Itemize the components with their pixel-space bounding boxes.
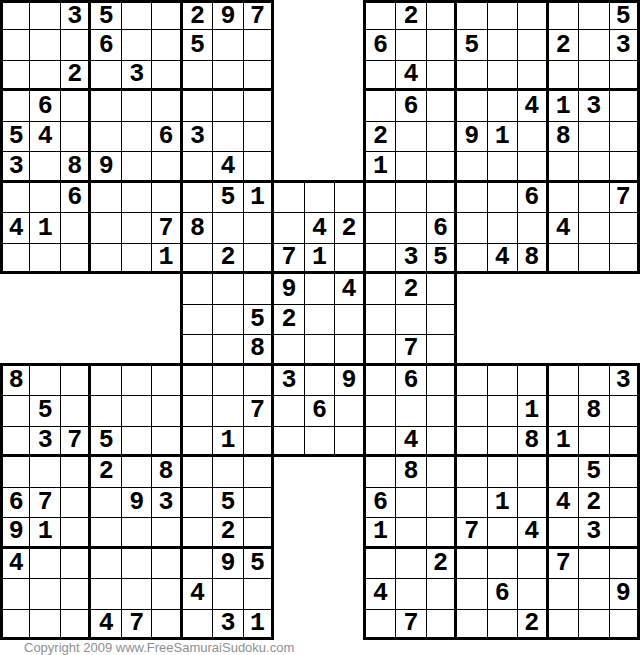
sudoku-cell-empty[interactable] <box>610 427 640 457</box>
sudoku-cell-given: 2 <box>213 244 243 274</box>
sudoku-cell-empty[interactable] <box>366 396 396 426</box>
sudoku-cell-empty[interactable] <box>91 488 121 518</box>
sudoku-cell-empty[interactable] <box>244 457 274 487</box>
sudoku-cell-empty[interactable] <box>305 427 335 457</box>
sudoku-cell-empty[interactable] <box>0 244 30 274</box>
empty-space <box>61 335 91 365</box>
sudoku-cell-empty[interactable] <box>0 457 30 487</box>
empty-space <box>305 610 335 640</box>
sudoku-cell-empty[interactable] <box>122 579 152 609</box>
sudoku-cell-empty[interactable] <box>183 396 213 426</box>
sudoku-cell-empty[interactable] <box>152 396 182 426</box>
sudoku-cell-empty[interactable] <box>91 518 121 548</box>
sudoku-cell-empty[interactable] <box>549 366 579 396</box>
sudoku-cell-empty[interactable] <box>0 183 30 213</box>
sudoku-cell-empty[interactable] <box>610 488 640 518</box>
empty-space <box>335 488 365 518</box>
sudoku-cell-empty[interactable] <box>0 610 30 640</box>
sudoku-cell-empty[interactable] <box>579 152 609 182</box>
sudoku-cell-empty[interactable] <box>30 579 60 609</box>
sudoku-cell-empty[interactable] <box>152 183 182 213</box>
sudoku-cell-empty[interactable] <box>183 335 213 365</box>
sudoku-cell-given: 7 <box>244 0 274 30</box>
sudoku-cell-empty[interactable] <box>488 152 518 182</box>
sudoku-cell-empty[interactable] <box>610 91 640 121</box>
sudoku-cell-empty[interactable] <box>579 122 609 152</box>
sudoku-cell-empty[interactable] <box>457 244 487 274</box>
sudoku-cell-given: 8 <box>61 152 91 182</box>
sudoku-cell-empty[interactable] <box>30 183 60 213</box>
sudoku-cell-empty[interactable] <box>549 396 579 426</box>
sudoku-cell-empty[interactable] <box>305 183 335 213</box>
sudoku-cell-empty[interactable] <box>396 549 426 579</box>
sudoku-cell-empty[interactable] <box>427 91 457 121</box>
sudoku-cell-empty[interactable] <box>91 396 121 426</box>
sudoku-cell-empty[interactable] <box>122 152 152 182</box>
empty-space <box>335 610 365 640</box>
sudoku-cell-empty[interactable] <box>30 244 60 274</box>
sudoku-cell-empty[interactable] <box>244 122 274 152</box>
empty-space <box>274 610 304 640</box>
sudoku-cell-empty[interactable] <box>579 183 609 213</box>
sudoku-cell-empty[interactable] <box>335 244 365 274</box>
sudoku-cell-empty[interactable] <box>396 488 426 518</box>
sudoku-cell-empty[interactable] <box>457 213 487 243</box>
sudoku-cell-empty[interactable] <box>61 457 91 487</box>
sudoku-cell-empty[interactable] <box>122 30 152 60</box>
sudoku-cell-empty[interactable] <box>488 61 518 91</box>
sudoku-cell-empty[interactable] <box>518 549 548 579</box>
sudoku-cell-empty[interactable] <box>457 579 487 609</box>
sudoku-cell-empty[interactable] <box>518 213 548 243</box>
sudoku-cell-empty[interactable] <box>366 305 396 335</box>
sudoku-cell-empty[interactable] <box>427 518 457 548</box>
sudoku-cell-empty[interactable] <box>274 213 304 243</box>
sudoku-cell-empty[interactable] <box>122 457 152 487</box>
sudoku-cell-empty[interactable] <box>366 61 396 91</box>
sudoku-cell-empty[interactable] <box>122 244 152 274</box>
sudoku-cell-empty[interactable] <box>549 152 579 182</box>
sudoku-cell-empty[interactable] <box>335 305 365 335</box>
sudoku-cell-empty[interactable] <box>396 213 426 243</box>
sudoku-cell-empty[interactable] <box>30 457 60 487</box>
sudoku-cell-empty[interactable] <box>427 122 457 152</box>
sudoku-cell-empty[interactable] <box>579 366 609 396</box>
sudoku-cell-empty[interactable] <box>152 30 182 60</box>
sudoku-cell-empty[interactable] <box>213 274 243 304</box>
sudoku-cell-empty[interactable] <box>427 488 457 518</box>
sudoku-cell-empty[interactable] <box>122 366 152 396</box>
sudoku-cell-empty[interactable] <box>579 244 609 274</box>
sudoku-cell-given: 5 <box>0 122 30 152</box>
sudoku-cell-empty[interactable] <box>579 0 609 30</box>
sudoku-cell-empty[interactable] <box>61 396 91 426</box>
sudoku-cell-empty[interactable] <box>457 549 487 579</box>
sudoku-cell-empty[interactable] <box>91 61 121 91</box>
sudoku-cell-empty[interactable] <box>61 518 91 548</box>
sudoku-cell-given: 4 <box>396 427 426 457</box>
sudoku-cell-empty[interactable] <box>183 61 213 91</box>
empty-space <box>30 305 60 335</box>
sudoku-cell-empty[interactable] <box>152 579 182 609</box>
sudoku-cell-given: 3 <box>0 152 30 182</box>
sudoku-cell-empty[interactable] <box>488 30 518 60</box>
sudoku-cell-empty[interactable] <box>427 457 457 487</box>
sudoku-cell-empty[interactable] <box>91 213 121 243</box>
sudoku-cell-empty[interactable] <box>366 457 396 487</box>
sudoku-cell-empty[interactable] <box>366 244 396 274</box>
sudoku-cell-empty[interactable] <box>488 183 518 213</box>
sudoku-cell-given: 4 <box>518 91 548 121</box>
sudoku-cell-empty[interactable] <box>366 335 396 365</box>
sudoku-cell-empty[interactable] <box>244 244 274 274</box>
empty-space <box>488 305 518 335</box>
empty-space <box>518 305 548 335</box>
sudoku-cell-empty[interactable] <box>122 91 152 121</box>
sudoku-cell-given: 9 <box>91 152 121 182</box>
sudoku-cell-empty[interactable] <box>213 61 243 91</box>
sudoku-cell-given: 6 <box>30 91 60 121</box>
sudoku-cell-empty[interactable] <box>213 335 243 365</box>
sudoku-cell-empty[interactable] <box>335 396 365 426</box>
empty-space <box>549 274 579 304</box>
sudoku-cell-empty[interactable] <box>610 549 640 579</box>
sudoku-cell-empty[interactable] <box>122 122 152 152</box>
sudoku-cell-empty[interactable] <box>396 30 426 60</box>
sudoku-cell-empty[interactable] <box>213 579 243 609</box>
sudoku-cell-empty[interactable] <box>610 518 640 548</box>
sudoku-cell-empty[interactable] <box>366 610 396 640</box>
sudoku-cell-empty[interactable] <box>244 213 274 243</box>
sudoku-cell-empty[interactable] <box>610 610 640 640</box>
sudoku-cell-empty[interactable] <box>457 152 487 182</box>
sudoku-cell-empty[interactable] <box>183 183 213 213</box>
sudoku-cell-empty[interactable] <box>427 305 457 335</box>
sudoku-cell-empty[interactable] <box>244 274 274 304</box>
sudoku-cell-empty[interactable] <box>274 183 304 213</box>
sudoku-cell-empty[interactable] <box>183 366 213 396</box>
empty-space <box>518 274 548 304</box>
sudoku-cell-empty[interactable] <box>152 366 182 396</box>
sudoku-cell-given: 8 <box>183 213 213 243</box>
sudoku-cell-empty[interactable] <box>122 549 152 579</box>
empty-space <box>579 305 609 335</box>
sudoku-cell-empty[interactable] <box>244 30 274 60</box>
sudoku-cell-empty[interactable] <box>457 0 487 30</box>
sudoku-cell-empty[interactable] <box>183 305 213 335</box>
sudoku-cell-empty[interactable] <box>457 61 487 91</box>
sudoku-cell-empty[interactable] <box>335 335 365 365</box>
sudoku-cell-given: 3 <box>152 488 182 518</box>
sudoku-cell-empty[interactable] <box>427 427 457 457</box>
sudoku-cell-empty[interactable] <box>549 244 579 274</box>
samurai-sudoku-page: 3529725656523234664135463291838941651674… <box>0 0 640 655</box>
sudoku-cell-empty[interactable] <box>30 152 60 182</box>
sudoku-cell-empty[interactable] <box>61 488 91 518</box>
sudoku-cell-empty[interactable] <box>183 152 213 182</box>
sudoku-cell-empty[interactable] <box>30 610 60 640</box>
sudoku-cell-empty[interactable] <box>579 213 609 243</box>
sudoku-cell-empty[interactable] <box>0 61 30 91</box>
sudoku-cell-empty[interactable] <box>183 91 213 121</box>
sudoku-cell-empty[interactable] <box>213 213 243 243</box>
sudoku-cell-empty[interactable] <box>549 183 579 213</box>
sudoku-cell-given: 2 <box>396 0 426 30</box>
sudoku-cell-empty[interactable] <box>91 91 121 121</box>
sudoku-cell-empty[interactable] <box>274 396 304 426</box>
sudoku-cell-empty[interactable] <box>213 30 243 60</box>
sudoku-cell-empty[interactable] <box>549 457 579 487</box>
sudoku-cell-empty[interactable] <box>427 396 457 426</box>
sudoku-cell-empty[interactable] <box>457 183 487 213</box>
sudoku-cell-empty[interactable] <box>274 335 304 365</box>
sudoku-cell-empty[interactable] <box>488 549 518 579</box>
sudoku-cell-empty[interactable] <box>549 518 579 548</box>
sudoku-cell-empty[interactable] <box>183 274 213 304</box>
sudoku-cell-empty[interactable] <box>213 305 243 335</box>
sudoku-cell-empty[interactable] <box>244 152 274 182</box>
sudoku-cell-given: 1 <box>305 244 335 274</box>
sudoku-cell-empty[interactable] <box>183 610 213 640</box>
sudoku-cell-empty[interactable] <box>244 579 274 609</box>
sudoku-cell-empty[interactable] <box>366 427 396 457</box>
sudoku-cell-empty[interactable] <box>183 549 213 579</box>
sudoku-cell-given: 9 <box>0 518 30 548</box>
sudoku-cell-empty[interactable] <box>61 549 91 579</box>
sudoku-cell-empty[interactable] <box>30 549 60 579</box>
sudoku-cell-empty[interactable] <box>427 183 457 213</box>
sudoku-cell-empty[interactable] <box>244 488 274 518</box>
sudoku-cell-empty[interactable] <box>549 579 579 609</box>
sudoku-cell-empty[interactable] <box>61 610 91 640</box>
sudoku-cell-given: 6 <box>427 213 457 243</box>
sudoku-cell-empty[interactable] <box>183 488 213 518</box>
sudoku-cell-empty[interactable] <box>457 366 487 396</box>
sudoku-cell-empty[interactable] <box>305 335 335 365</box>
sudoku-cell-given: 6 <box>305 396 335 426</box>
sudoku-cell-empty[interactable] <box>427 335 457 365</box>
sudoku-cell-empty[interactable] <box>427 152 457 182</box>
sudoku-cell-empty[interactable] <box>30 366 60 396</box>
sudoku-cell-empty[interactable] <box>91 549 121 579</box>
sudoku-cell-empty[interactable] <box>183 457 213 487</box>
sudoku-cell-empty[interactable] <box>488 457 518 487</box>
sudoku-cell-empty[interactable] <box>0 91 30 121</box>
sudoku-cell-empty[interactable] <box>396 122 426 152</box>
empty-space <box>549 335 579 365</box>
empty-space <box>305 549 335 579</box>
sudoku-cell-empty[interactable] <box>366 549 396 579</box>
samurai-sudoku-board: 3529725656523234664135463291838941651674… <box>0 0 640 640</box>
sudoku-cell-empty[interactable] <box>213 91 243 121</box>
sudoku-cell-empty[interactable] <box>61 213 91 243</box>
sudoku-cell-empty[interactable] <box>335 183 365 213</box>
sudoku-cell-empty[interactable] <box>122 427 152 457</box>
sudoku-cell-empty[interactable] <box>335 427 365 457</box>
sudoku-cell-empty[interactable] <box>30 0 60 30</box>
sudoku-cell-empty[interactable] <box>488 91 518 121</box>
sudoku-cell-empty[interactable] <box>488 610 518 640</box>
empty-space <box>274 0 304 30</box>
sudoku-cell-empty[interactable] <box>518 488 548 518</box>
sudoku-cell-empty[interactable] <box>457 488 487 518</box>
sudoku-cell-empty[interactable] <box>213 396 243 426</box>
sudoku-cell-empty[interactable] <box>579 61 609 91</box>
sudoku-cell-empty[interactable] <box>91 183 121 213</box>
empty-space <box>274 518 304 548</box>
sudoku-cell-empty[interactable] <box>61 122 91 152</box>
sudoku-cell-empty[interactable] <box>91 244 121 274</box>
sudoku-cell-empty[interactable] <box>122 213 152 243</box>
sudoku-cell-empty[interactable] <box>549 610 579 640</box>
sudoku-cell-empty[interactable] <box>152 91 182 121</box>
sudoku-cell-empty[interactable] <box>0 0 30 30</box>
sudoku-cell-empty[interactable] <box>152 427 182 457</box>
sudoku-cell-empty[interactable] <box>366 91 396 121</box>
sudoku-cell-empty[interactable] <box>518 0 548 30</box>
sudoku-cell-empty[interactable] <box>549 0 579 30</box>
sudoku-cell-empty[interactable] <box>366 274 396 304</box>
sudoku-cell-empty[interactable] <box>61 244 91 274</box>
empty-space <box>335 122 365 152</box>
sudoku-cell-empty[interactable] <box>244 518 274 548</box>
sudoku-cell-empty[interactable] <box>610 396 640 426</box>
sudoku-cell-empty[interactable] <box>518 30 548 60</box>
sudoku-cell-empty[interactable] <box>549 61 579 91</box>
sudoku-cell-empty[interactable] <box>366 213 396 243</box>
sudoku-cell-given: 8 <box>152 457 182 487</box>
sudoku-cell-given: 5 <box>579 457 609 487</box>
sudoku-cell-empty[interactable] <box>30 30 60 60</box>
sudoku-cell-empty[interactable] <box>305 274 335 304</box>
sudoku-cell-empty[interactable] <box>183 518 213 548</box>
sudoku-cell-empty[interactable] <box>396 518 426 548</box>
sudoku-cell-empty[interactable] <box>488 518 518 548</box>
sudoku-cell-empty[interactable] <box>518 61 548 91</box>
sudoku-cell-empty[interactable] <box>122 183 152 213</box>
sudoku-cell-empty[interactable] <box>152 61 182 91</box>
sudoku-cell-empty[interactable] <box>366 366 396 396</box>
empty-space <box>610 335 640 365</box>
sudoku-cell-empty[interactable] <box>244 366 274 396</box>
sudoku-cell-empty[interactable] <box>427 610 457 640</box>
sudoku-cell-empty[interactable] <box>457 457 487 487</box>
sudoku-cell-empty[interactable] <box>579 549 609 579</box>
sudoku-cell-empty[interactable] <box>488 396 518 426</box>
sudoku-cell-empty[interactable] <box>30 61 60 91</box>
sudoku-cell-empty[interactable] <box>457 610 487 640</box>
sudoku-cell-empty[interactable] <box>213 457 243 487</box>
sudoku-cell-empty[interactable] <box>610 457 640 487</box>
sudoku-cell-empty[interactable] <box>152 152 182 182</box>
sudoku-cell-empty[interactable] <box>366 183 396 213</box>
empty-space <box>549 305 579 335</box>
sudoku-cell-empty[interactable] <box>183 427 213 457</box>
sudoku-cell-empty[interactable] <box>610 244 640 274</box>
sudoku-cell-empty[interactable] <box>274 427 304 457</box>
sudoku-cell-empty[interactable] <box>579 30 609 60</box>
sudoku-cell-given: 4 <box>0 549 30 579</box>
sudoku-cell-empty[interactable] <box>457 91 487 121</box>
sudoku-cell-empty[interactable] <box>122 518 152 548</box>
sudoku-cell-empty[interactable] <box>579 610 609 640</box>
sudoku-cell-empty[interactable] <box>152 549 182 579</box>
sudoku-cell-empty[interactable] <box>305 366 335 396</box>
sudoku-cell-empty[interactable] <box>183 244 213 274</box>
sudoku-cell-empty[interactable] <box>579 427 609 457</box>
empty-space <box>30 335 60 365</box>
sudoku-cell-empty[interactable] <box>152 0 182 30</box>
sudoku-cell-empty[interactable] <box>579 579 609 609</box>
sudoku-cell-empty[interactable] <box>396 183 426 213</box>
sudoku-cell-empty[interactable] <box>396 152 426 182</box>
sudoku-cell-empty[interactable] <box>0 579 30 609</box>
sudoku-cell-empty[interactable] <box>488 213 518 243</box>
sudoku-cell-empty[interactable] <box>518 152 548 182</box>
sudoku-cell-empty[interactable] <box>152 610 182 640</box>
sudoku-cell-empty[interactable] <box>213 122 243 152</box>
sudoku-cell-empty[interactable] <box>488 427 518 457</box>
sudoku-cell-empty[interactable] <box>396 305 426 335</box>
sudoku-cell-empty[interactable] <box>0 427 30 457</box>
sudoku-cell-empty[interactable] <box>396 579 426 609</box>
empty-space <box>335 61 365 91</box>
empty-space <box>305 457 335 487</box>
empty-space <box>305 518 335 548</box>
sudoku-cell-empty[interactable] <box>427 366 457 396</box>
sudoku-cell-empty[interactable] <box>427 0 457 30</box>
sudoku-cell-empty[interactable] <box>305 305 335 335</box>
sudoku-cell-empty[interactable] <box>91 366 121 396</box>
sudoku-cell-empty[interactable] <box>427 579 457 609</box>
sudoku-cell-empty[interactable] <box>518 579 548 609</box>
sudoku-cell-empty[interactable] <box>244 61 274 91</box>
sudoku-cell-empty[interactable] <box>61 30 91 60</box>
sudoku-cell-empty[interactable] <box>457 396 487 426</box>
sudoku-cell-empty[interactable] <box>610 61 640 91</box>
sudoku-cell-empty[interactable] <box>457 427 487 457</box>
sudoku-cell-empty[interactable] <box>427 30 457 60</box>
sudoku-cell-empty[interactable] <box>213 366 243 396</box>
empty-space <box>488 274 518 304</box>
sudoku-cell-empty[interactable] <box>518 457 548 487</box>
sudoku-cell-empty[interactable] <box>91 579 121 609</box>
sudoku-cell-empty[interactable] <box>427 61 457 91</box>
sudoku-cell-empty[interactable] <box>610 122 640 152</box>
sudoku-cell-empty[interactable] <box>610 213 640 243</box>
sudoku-cell-empty[interactable] <box>122 0 152 30</box>
sudoku-cell-empty[interactable] <box>610 152 640 182</box>
sudoku-cell-empty[interactable] <box>0 30 30 60</box>
sudoku-cell-empty[interactable] <box>61 579 91 609</box>
sudoku-cell-empty[interactable] <box>366 0 396 30</box>
sudoku-cell-empty[interactable] <box>61 366 91 396</box>
sudoku-cell-empty[interactable] <box>152 518 182 548</box>
sudoku-cell-empty[interactable] <box>122 396 152 426</box>
sudoku-cell-empty[interactable] <box>396 396 426 426</box>
sudoku-cell-empty[interactable] <box>91 122 121 152</box>
sudoku-cell-empty[interactable] <box>488 366 518 396</box>
empty-space <box>122 335 152 365</box>
sudoku-cell-empty[interactable] <box>61 91 91 121</box>
sudoku-cell-empty[interactable] <box>244 91 274 121</box>
sudoku-cell-empty[interactable] <box>518 366 548 396</box>
sudoku-cell-empty[interactable] <box>244 427 274 457</box>
sudoku-cell-empty[interactable] <box>518 122 548 152</box>
sudoku-cell-empty[interactable] <box>488 0 518 30</box>
sudoku-cell-empty[interactable] <box>427 274 457 304</box>
sudoku-cell-empty[interactable] <box>0 396 30 426</box>
